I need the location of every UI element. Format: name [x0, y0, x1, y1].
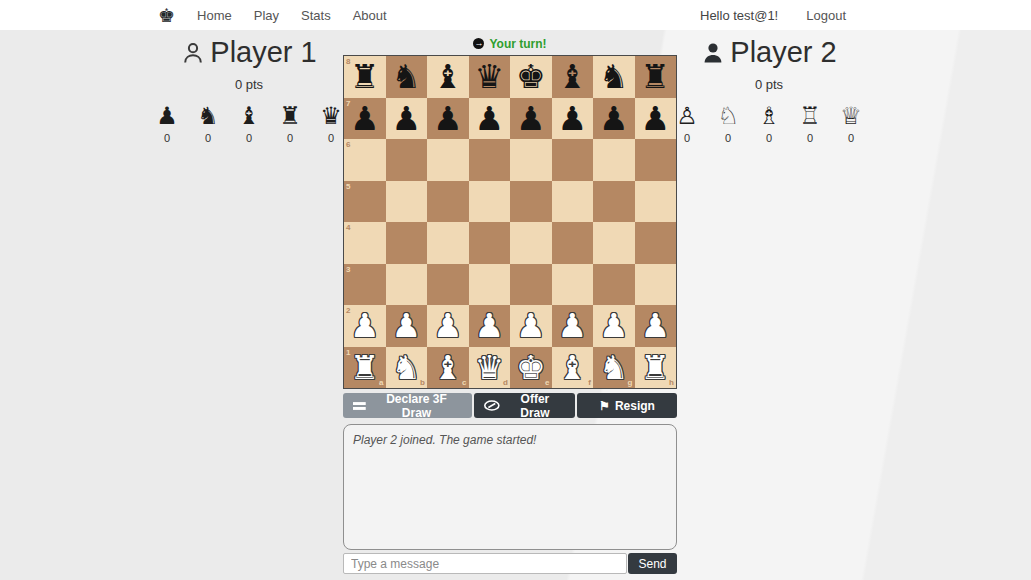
piece-black-bishop: ♝	[552, 56, 594, 98]
black-bishop-icon: ♝	[235, 102, 263, 129]
captured-count: 0	[317, 132, 345, 144]
arrow-right-circle-icon: →	[473, 38, 484, 49]
square-e6[interactable]	[510, 139, 552, 181]
piece-black-bishop: ♝	[427, 56, 469, 98]
square-e8[interactable]: ♚	[510, 56, 552, 98]
square-f8[interactable]: ♝	[552, 56, 594, 98]
white-pawn-icon: ♙	[673, 102, 701, 129]
captured-white-queen: ♕ 0	[837, 102, 865, 144]
nav-link-play[interactable]: Play	[254, 8, 279, 23]
person-outline-icon	[181, 41, 205, 65]
piece-black-pawn: ♟	[469, 98, 511, 140]
chess-king-brand-icon[interactable]: ♚	[158, 6, 175, 25]
square-c2[interactable]: ♟	[427, 305, 469, 347]
piece-black-knight: ♞	[386, 56, 428, 98]
rank-label-5: 5	[346, 182, 350, 191]
square-c6[interactable]	[427, 139, 469, 181]
nav-link-about[interactable]: About	[353, 8, 387, 23]
offer-draw-label: Offer Draw	[505, 392, 565, 420]
piece-black-pawn: ♟	[552, 98, 594, 140]
square-c4[interactable]	[427, 222, 469, 264]
captured-black-rook: ♜ 0	[276, 102, 304, 144]
square-d2[interactable]: ♟	[469, 305, 511, 347]
piece-white-pawn: ♟	[469, 305, 511, 347]
player1-name: Player 1	[210, 36, 316, 69]
captured-white-rook: ♖ 0	[796, 102, 824, 144]
rank-label-4: 4	[346, 223, 350, 232]
white-bishop-icon: ♗	[755, 102, 783, 129]
black-pawn-icon: ♟	[153, 102, 181, 129]
user-greeting: Hello test@1!	[700, 8, 778, 23]
player2-name: Player 2	[730, 36, 836, 69]
send-button[interactable]: Send	[628, 553, 677, 574]
square-f1[interactable]: f♝	[552, 347, 594, 389]
square-g3[interactable]	[593, 264, 635, 306]
captured-count: 0	[153, 132, 181, 144]
square-f6[interactable]	[552, 139, 594, 181]
piece-black-king: ♚	[510, 56, 552, 98]
square-d7[interactable]: ♟	[469, 98, 511, 140]
square-g6[interactable]	[593, 139, 635, 181]
captured-black-bishop: ♝ 0	[235, 102, 263, 144]
black-rook-icon: ♜	[276, 102, 304, 129]
captured-count: 0	[235, 132, 263, 144]
nav-link-stats[interactable]: Stats	[301, 8, 331, 23]
captured-white-pawn: ♙ 0	[673, 102, 701, 144]
square-f3[interactable]	[552, 264, 594, 306]
square-a3[interactable]: 3	[344, 264, 386, 306]
person-filled-icon	[701, 41, 725, 65]
square-b7[interactable]: ♟	[386, 98, 428, 140]
piece-black-knight: ♞	[593, 56, 635, 98]
square-h6[interactable]	[635, 139, 677, 181]
square-d4[interactable]	[469, 222, 511, 264]
black-queen-icon: ♛	[317, 102, 345, 129]
square-h5[interactable]	[635, 181, 677, 223]
offer-draw-button[interactable]: Offer Draw	[474, 393, 575, 418]
square-d6[interactable]	[469, 139, 511, 181]
piece-white-pawn: ♟	[427, 305, 469, 347]
game-column: → Your turn! 8♜♞♝♛♚♝♞♜7♟♟♟♟♟♟♟♟65432♟♟♟♟…	[343, 36, 677, 574]
square-a7[interactable]: 7♟	[344, 98, 386, 140]
square-g2[interactable]: ♟	[593, 305, 635, 347]
turn-indicator: → Your turn!	[343, 36, 677, 51]
square-a5[interactable]: 5	[344, 181, 386, 223]
chat-panel: Player 2 joined. The game started! Send	[343, 424, 677, 574]
captured-count: 0	[714, 132, 742, 144]
flag-icon: ⚑	[599, 400, 610, 412]
square-h2[interactable]: ♟	[635, 305, 677, 347]
square-c5[interactable]	[427, 181, 469, 223]
logout-link[interactable]: Logout	[806, 8, 846, 23]
square-g8[interactable]: ♞	[593, 56, 635, 98]
square-e7[interactable]: ♟	[510, 98, 552, 140]
resign-button[interactable]: ⚑ Resign	[577, 393, 677, 418]
piece-black-rook: ♜	[344, 56, 386, 98]
square-e5[interactable]	[510, 181, 552, 223]
square-c3[interactable]	[427, 264, 469, 306]
declare-3f-draw-button[interactable]: Declare 3F Draw	[343, 393, 472, 418]
captured-black-queen: ♛ 0	[317, 102, 345, 144]
captured-count: 0	[796, 132, 824, 144]
black-knight-icon: ♞	[194, 102, 222, 129]
square-c1[interactable]: c♝	[427, 347, 469, 389]
white-knight-icon: ♘	[714, 102, 742, 129]
piece-white-rook: ♜	[344, 347, 386, 389]
action-buttons: Declare 3F Draw Offer Draw ⚑ Resign	[343, 393, 677, 418]
piece-white-king: ♚	[510, 347, 552, 389]
square-b6[interactable]	[386, 139, 428, 181]
piece-white-pawn: ♟	[344, 305, 386, 347]
chat-messages: Player 2 joined. The game started!	[343, 424, 677, 550]
square-e3[interactable]	[510, 264, 552, 306]
turn-indicator-label: Your turn!	[489, 37, 546, 51]
square-b5[interactable]	[386, 181, 428, 223]
square-d3[interactable]	[469, 264, 511, 306]
square-g1[interactable]: g♞	[593, 347, 635, 389]
square-d5[interactable]	[469, 181, 511, 223]
square-f2[interactable]: ♟	[552, 305, 594, 347]
piece-white-pawn: ♟	[552, 305, 594, 347]
square-h7[interactable]: ♟	[635, 98, 677, 140]
rank-label-3: 3	[346, 265, 350, 274]
chat-message-input[interactable]	[343, 553, 627, 574]
captured-count: 0	[276, 132, 304, 144]
square-g7[interactable]: ♟	[593, 98, 635, 140]
square-b4[interactable]	[386, 222, 428, 264]
square-h4[interactable]	[635, 222, 677, 264]
piece-white-knight: ♞	[386, 347, 428, 389]
captured-count: 0	[837, 132, 865, 144]
square-a2[interactable]: 2♟	[344, 305, 386, 347]
resign-label: Resign	[615, 399, 655, 413]
captured-black-pawn: ♟ 0	[153, 102, 181, 144]
square-h3[interactable]	[635, 264, 677, 306]
square-b1[interactable]: b♞	[386, 347, 428, 389]
square-f4[interactable]	[552, 222, 594, 264]
chess-board[interactable]: 8♜♞♝♛♚♝♞♜7♟♟♟♟♟♟♟♟65432♟♟♟♟♟♟♟♟1a♜b♞c♝d♛…	[343, 55, 677, 389]
piece-white-bishop: ♝	[427, 347, 469, 389]
piece-white-knight: ♞	[593, 347, 635, 389]
chat-message: Player 2 joined. The game started!	[353, 431, 667, 449]
square-a4[interactable]: 4	[344, 222, 386, 264]
rank-label-6: 6	[346, 140, 350, 149]
equals-icon	[353, 401, 366, 411]
piece-black-pawn: ♟	[386, 98, 428, 140]
square-a8[interactable]: 8♜	[344, 56, 386, 98]
square-e2[interactable]: ♟	[510, 305, 552, 347]
piece-white-pawn: ♟	[510, 305, 552, 347]
square-e1[interactable]: e♚	[510, 347, 552, 389]
captured-count: 0	[194, 132, 222, 144]
square-a6[interactable]: 6	[344, 139, 386, 181]
piece-black-pawn: ♟	[344, 98, 386, 140]
square-e4[interactable]	[510, 222, 552, 264]
square-d1[interactable]: d♛	[469, 347, 511, 389]
square-h8[interactable]: ♜	[635, 56, 677, 98]
captured-white-knight: ♘ 0	[714, 102, 742, 144]
piece-white-rook: ♜	[635, 347, 677, 389]
white-rook-icon: ♖	[796, 102, 824, 129]
square-b8[interactable]: ♞	[386, 56, 428, 98]
piece-black-pawn: ♟	[593, 98, 635, 140]
square-b2[interactable]: ♟	[386, 305, 428, 347]
piece-white-bishop: ♝	[552, 347, 594, 389]
navbar: ♚ Home Play Stats About Hello test@1! Lo…	[0, 0, 1031, 30]
square-a1[interactable]: 1a♜	[344, 347, 386, 389]
piece-white-queen: ♛	[469, 347, 511, 389]
square-f7[interactable]: ♟	[552, 98, 594, 140]
captured-white-bishop: ♗ 0	[755, 102, 783, 144]
square-f5[interactable]	[552, 181, 594, 223]
square-d8[interactable]: ♛	[469, 56, 511, 98]
piece-white-pawn: ♟	[635, 305, 677, 347]
piece-white-pawn: ♟	[386, 305, 428, 347]
square-c7[interactable]: ♟	[427, 98, 469, 140]
handshake-icon	[484, 400, 500, 411]
piece-white-pawn: ♟	[593, 305, 635, 347]
square-b3[interactable]	[386, 264, 428, 306]
square-h1[interactable]: h♜	[635, 347, 677, 389]
square-c8[interactable]: ♝	[427, 56, 469, 98]
square-g4[interactable]	[593, 222, 635, 264]
declare-3f-draw-label: Declare 3F Draw	[371, 392, 463, 420]
captured-count: 0	[673, 132, 701, 144]
captured-count: 0	[755, 132, 783, 144]
piece-black-rook: ♜	[635, 56, 677, 98]
piece-black-pawn: ♟	[427, 98, 469, 140]
captured-black-knight: ♞ 0	[194, 102, 222, 144]
white-queen-icon: ♕	[837, 102, 865, 129]
piece-black-pawn: ♟	[510, 98, 552, 140]
piece-black-pawn: ♟	[635, 98, 677, 140]
piece-black-queen: ♛	[469, 56, 511, 98]
nav-link-home[interactable]: Home	[197, 8, 232, 23]
square-g5[interactable]	[593, 181, 635, 223]
